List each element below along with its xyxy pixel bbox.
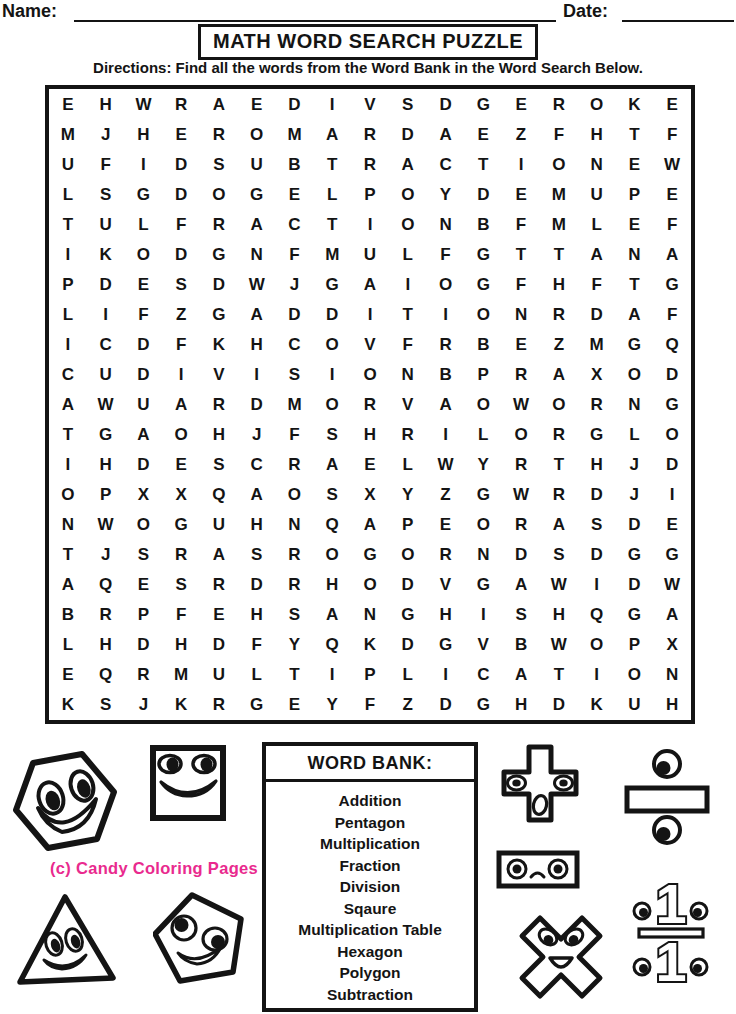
grid-cell-r4c1: L xyxy=(49,179,87,209)
word-bank-item: Hexagon xyxy=(266,941,474,963)
grid-cell-r6c8: M xyxy=(313,239,351,269)
grid-cell-r5c3: L xyxy=(125,209,163,239)
grid-cell-r8c8: D xyxy=(313,299,351,329)
grid-cell-r12c2: G xyxy=(87,420,125,450)
grid-cell-r21c10: Z xyxy=(389,690,427,720)
grid-cell-r11c5: R xyxy=(200,389,238,419)
grid-cell-r16c14: S xyxy=(540,540,578,570)
grid-cell-r18c13: S xyxy=(502,600,540,630)
grid-cell-r11c17: G xyxy=(653,389,691,419)
grid-cell-r21c17: H xyxy=(653,690,691,720)
grid-cell-r21c13: H xyxy=(502,690,540,720)
grid-cell-r10c4: I xyxy=(162,359,200,389)
grid-cell-r9c5: K xyxy=(200,329,238,359)
grid-cell-r19c9: K xyxy=(351,630,389,660)
date-label: Date: xyxy=(563,1,608,22)
grid-cell-r21c7: E xyxy=(276,690,314,720)
grid-cell-r18c11: H xyxy=(427,600,465,630)
grid-cell-r15c4: G xyxy=(162,510,200,540)
grid-cell-r2c13: Z xyxy=(502,119,540,149)
grid-cell-r8c3: F xyxy=(125,299,163,329)
grid-cell-r17c10: D xyxy=(389,570,427,600)
grid-cell-r12c1: T xyxy=(49,420,87,450)
grid-cell-r3c6: U xyxy=(238,149,276,179)
grid-cell-r2c4: E xyxy=(162,119,200,149)
grid-cell-r6c5: G xyxy=(200,239,238,269)
grid-cell-r9c8: O xyxy=(313,329,351,359)
grid-cell-r8c1: L xyxy=(49,299,87,329)
grid-cell-r7c7: J xyxy=(276,269,314,299)
grid-cell-r5c7: C xyxy=(276,209,314,239)
grid-cell-r6c17: A xyxy=(653,239,691,269)
grid-cell-r18c16: G xyxy=(615,600,653,630)
grid-cell-r4c15: U xyxy=(578,179,616,209)
grid-cell-r11c16: N xyxy=(615,389,653,419)
grid-cell-r1c5: A xyxy=(200,89,238,119)
grid-cell-r7c12: G xyxy=(464,269,502,299)
grid-cell-r8c17: F xyxy=(653,299,691,329)
grid-cell-r1c7: D xyxy=(276,89,314,119)
grid-cell-r13c11: W xyxy=(427,450,465,480)
grid-cell-r1c14: R xyxy=(540,89,578,119)
grid-cell-r17c6: D xyxy=(238,570,276,600)
grid-cell-r6c11: F xyxy=(427,239,465,269)
grid-cell-r9c15: M xyxy=(578,329,616,359)
grid-cell-r14c9: X xyxy=(351,480,389,510)
word-bank-list: AdditionPentagonMultiplicationFractionDi… xyxy=(266,782,474,1011)
grid-cell-r8c7: D xyxy=(276,299,314,329)
grid-cell-r3c9: R xyxy=(351,149,389,179)
grid-cell-r6c12: G xyxy=(464,239,502,269)
grid-cell-r14c7: O xyxy=(276,480,314,510)
grid-cell-r20c15: I xyxy=(578,660,616,690)
grid-cell-r20c3: R xyxy=(125,660,163,690)
grid-cell-r17c14: W xyxy=(540,570,578,600)
grid-cell-r19c14: W xyxy=(540,630,578,660)
grid-cell-r10c9: O xyxy=(351,359,389,389)
grid-cell-r13c13: R xyxy=(502,450,540,480)
plus-sign-face-icon xyxy=(500,743,580,824)
grid-cell-r7c15: F xyxy=(578,269,616,299)
grid-cell-r7c14: H xyxy=(540,269,578,299)
grid-cell-r11c12: O xyxy=(464,389,502,419)
grid-cell-r5c2: U xyxy=(87,209,125,239)
grid-cell-r16c11: R xyxy=(427,540,465,570)
grid-cell-r13c4: E xyxy=(162,450,200,480)
grid-cell-r5c14: M xyxy=(540,209,578,239)
credit-text: (c) Candy Coloring Pages xyxy=(50,859,258,878)
grid-cell-r21c8: Y xyxy=(313,690,351,720)
grid-cell-r19c6: F xyxy=(238,630,276,660)
grid-cell-r12c13: O xyxy=(502,420,540,450)
grid-cell-r19c7: Y xyxy=(276,630,314,660)
grid-cell-r11c2: W xyxy=(87,389,125,419)
grid-cell-r17c11: V xyxy=(427,570,465,600)
grid-cell-r16c4: R xyxy=(162,540,200,570)
grid-cell-r7c5: D xyxy=(200,269,238,299)
grid-cell-r8c2: I xyxy=(87,299,125,329)
grid-cell-r11c11: A xyxy=(427,389,465,419)
grid-cell-r2c15: H xyxy=(578,119,616,149)
grid-cell-r20c13: A xyxy=(502,660,540,690)
grid-cell-r20c12: C xyxy=(464,660,502,690)
grid-cell-r13c2: H xyxy=(87,450,125,480)
grid-cell-r15c9: A xyxy=(351,510,389,540)
grid-cell-r11c15: R xyxy=(578,389,616,419)
grid-cell-r13c7: R xyxy=(276,450,314,480)
grid-cell-r7c16: T xyxy=(615,269,653,299)
grid-cell-r1c2: H xyxy=(87,89,125,119)
grid-cell-r20c1: E xyxy=(49,660,87,690)
grid-cell-r1c1: E xyxy=(49,89,87,119)
word-bank-item: Division xyxy=(266,876,474,898)
grid-cell-r17c5: R xyxy=(200,570,238,600)
grid-cell-r6c6: N xyxy=(238,239,276,269)
grid-cell-r13c16: J xyxy=(615,450,653,480)
grid-cell-r1c10: S xyxy=(389,89,427,119)
grid-cell-r5c4: F xyxy=(162,209,200,239)
grid-cell-r3c17: W xyxy=(653,149,691,179)
grid-cell-r7c3: E xyxy=(125,269,163,299)
word-bank-item: Addition xyxy=(266,790,474,812)
grid-cell-r18c1: B xyxy=(49,600,87,630)
grid-cell-r2c1: M xyxy=(49,119,87,149)
square-face-icon xyxy=(149,744,227,822)
grid-cell-r8c9: I xyxy=(351,299,389,329)
grid-cell-r8c16: A xyxy=(615,299,653,329)
grid-cell-r4c16: P xyxy=(615,179,653,209)
grid-cell-r16c1: T xyxy=(49,540,87,570)
grid-cell-r7c2: D xyxy=(87,269,125,299)
word-bank-item: Polygon xyxy=(266,962,474,984)
grid-cell-r9c1: I xyxy=(49,329,87,359)
grid-cell-r16c15: D xyxy=(578,540,616,570)
grid-cell-r3c8: T xyxy=(313,149,351,179)
grid-cell-r13c6: C xyxy=(238,450,276,480)
grid-cell-r11c7: M xyxy=(276,389,314,419)
grid-cell-r10c8: I xyxy=(313,359,351,389)
grid-cell-r19c5: D xyxy=(200,630,238,660)
grid-cell-r4c9: P xyxy=(351,179,389,209)
name-input-line[interactable] xyxy=(74,0,556,22)
grid-cell-r18c12: I xyxy=(464,600,502,630)
grid-cell-r15c17: E xyxy=(653,510,691,540)
grid-cell-r4c11: Y xyxy=(427,179,465,209)
grid-cell-r21c2: S xyxy=(87,690,125,720)
grid-cell-r5c8: T xyxy=(313,209,351,239)
grid-cell-r10c11: B xyxy=(427,359,465,389)
grid-cell-r6c4: D xyxy=(162,239,200,269)
grid-cell-r7c1: P xyxy=(49,269,87,299)
grid-cell-r19c2: H xyxy=(87,630,125,660)
grid-cell-r21c16: U xyxy=(615,690,653,720)
grid-cell-r19c3: D xyxy=(125,630,163,660)
grid-cell-r16c12: N xyxy=(464,540,502,570)
grid-cell-r13c1: I xyxy=(49,450,87,480)
grid-cell-r17c16: D xyxy=(615,570,653,600)
grid-cell-r1c3: W xyxy=(125,89,163,119)
grid-cell-r12c7: F xyxy=(276,420,314,450)
grid-cell-r2c3: H xyxy=(125,119,163,149)
grid-cell-r16c9: G xyxy=(351,540,389,570)
grid-cell-r16c13: D xyxy=(502,540,540,570)
grid-cell-r12c6: J xyxy=(238,420,276,450)
grid-cell-r15c7: N xyxy=(276,510,314,540)
grid-cell-r15c14: A xyxy=(540,510,578,540)
grid-cell-r1c11: D xyxy=(427,89,465,119)
grid-cell-r19c8: Q xyxy=(313,630,351,660)
grid-cell-r6c14: T xyxy=(540,239,578,269)
grid-cell-r17c12: G xyxy=(464,570,502,600)
grid-cell-r21c11: D xyxy=(427,690,465,720)
grid-cell-r19c10: D xyxy=(389,630,427,660)
grid-cell-r4c3: G xyxy=(125,179,163,209)
grid-cell-r4c4: D xyxy=(162,179,200,209)
grid-cell-r11c6: D xyxy=(238,389,276,419)
grid-cell-r9c10: F xyxy=(389,329,427,359)
grid-cell-r5c5: R xyxy=(200,209,238,239)
grid-cell-r14c2: P xyxy=(87,480,125,510)
grid-cell-r6c1: I xyxy=(49,239,87,269)
grid-cell-r18c14: H xyxy=(540,600,578,630)
grid-cell-r5c10: O xyxy=(389,209,427,239)
grid-cell-r2c14: F xyxy=(540,119,578,149)
grid-cell-r10c1: C xyxy=(49,359,87,389)
grid-cell-r9c11: R xyxy=(427,329,465,359)
word-bank-item: Multiplication xyxy=(266,833,474,855)
grid-cell-r12c16: L xyxy=(615,420,653,450)
grid-cell-r5c1: T xyxy=(49,209,87,239)
grid-cell-r20c17: N xyxy=(653,660,691,690)
grid-cell-r7c17: G xyxy=(653,269,691,299)
grid-cell-r10c7: S xyxy=(276,359,314,389)
grid-cell-r20c7: T xyxy=(276,660,314,690)
grid-cell-r1c9: V xyxy=(351,89,389,119)
grid-cell-r6c9: U xyxy=(351,239,389,269)
grid-cell-r21c6: G xyxy=(238,690,276,720)
grid-cell-r15c3: O xyxy=(125,510,163,540)
grid-cell-r3c10: A xyxy=(389,149,427,179)
grid-cell-r20c2: Q xyxy=(87,660,125,690)
grid-cell-r12c14: R xyxy=(540,420,578,450)
grid-cell-r7c13: F xyxy=(502,269,540,299)
grid-cell-r17c1: A xyxy=(49,570,87,600)
grid-cell-r2c7: M xyxy=(276,119,314,149)
grid-cell-r9c17: Q xyxy=(653,329,691,359)
grid-cell-r20c10: L xyxy=(389,660,427,690)
grid-cell-r14c13: W xyxy=(502,480,540,510)
grid-cell-r3c3: I xyxy=(125,149,163,179)
multiplication-sign-face-icon xyxy=(518,914,604,1000)
grid-cell-r5c17: F xyxy=(653,209,691,239)
grid-cell-r8c11: I xyxy=(427,299,465,329)
grid-cell-r20c16: O xyxy=(615,660,653,690)
grid-cell-r15c10: P xyxy=(389,510,427,540)
grid-cell-r8c4: Z xyxy=(162,299,200,329)
grid-cell-r1c17: E xyxy=(653,89,691,119)
grid-cell-r20c14: T xyxy=(540,660,578,690)
grid-cell-r12c4: O xyxy=(162,420,200,450)
grid-cell-r4c17: E xyxy=(653,179,691,209)
grid-cell-r3c4: D xyxy=(162,149,200,179)
grid-cell-r15c6: H xyxy=(238,510,276,540)
grid-cell-r14c8: S xyxy=(313,480,351,510)
grid-cell-r16c8: O xyxy=(313,540,351,570)
page-title: MATH WORD SEARCH PUZZLE xyxy=(198,24,538,60)
grid-cell-r3c5: S xyxy=(200,149,238,179)
grid-cell-r15c8: Q xyxy=(313,510,351,540)
grid-cell-r11c9: R xyxy=(351,389,389,419)
grid-cell-r6c15: A xyxy=(578,239,616,269)
grid-cell-r17c15: I xyxy=(578,570,616,600)
grid-cell-r5c15: L xyxy=(578,209,616,239)
grid-cell-r11c8: O xyxy=(313,389,351,419)
grid-cell-r21c4: K xyxy=(162,690,200,720)
grid-cell-r18c5: E xyxy=(200,600,238,630)
grid-cell-r13c5: S xyxy=(200,450,238,480)
grid-cell-r11c10: V xyxy=(389,389,427,419)
grid-cell-r18c4: F xyxy=(162,600,200,630)
grid-cell-r14c14: R xyxy=(540,480,578,510)
minus-rectangle-face-icon xyxy=(496,850,580,889)
grid-cell-r11c3: U xyxy=(125,389,163,419)
grid-cell-r12c10: R xyxy=(389,420,427,450)
grid-cell-r2c9: R xyxy=(351,119,389,149)
grid-cell-r6c3: O xyxy=(125,239,163,269)
grid-cell-r9c7: C xyxy=(276,329,314,359)
grid-cell-r10c15: X xyxy=(578,359,616,389)
grid-cell-r9c3: D xyxy=(125,329,163,359)
grid-cell-r5c11: N xyxy=(427,209,465,239)
grid-cell-r2c6: O xyxy=(238,119,276,149)
grid-cell-r9c13: E xyxy=(502,329,540,359)
grid-cell-r3c16: E xyxy=(615,149,653,179)
grid-cell-r7c6: W xyxy=(238,269,276,299)
grid-cell-r8c5: G xyxy=(200,299,238,329)
grid-cell-r4c14: M xyxy=(540,179,578,209)
grid-cell-r16c7: R xyxy=(276,540,314,570)
grid-cell-r9c16: G xyxy=(615,329,653,359)
date-input-line[interactable] xyxy=(622,0,734,22)
division-sign-face-icon xyxy=(624,748,710,846)
grid-cell-r1c16: K xyxy=(615,89,653,119)
word-bank-item: Subtraction xyxy=(266,984,474,1006)
one-over-one-fraction-icon: 1 1 xyxy=(630,873,712,985)
grid-cell-r10c10: N xyxy=(389,359,427,389)
grid-cell-r21c12: G xyxy=(464,690,502,720)
grid-cell-r3c13: I xyxy=(502,149,540,179)
grid-cell-r10c2: U xyxy=(87,359,125,389)
grid-cell-r1c8: I xyxy=(313,89,351,119)
grid-cell-r19c17: X xyxy=(653,630,691,660)
grid-cell-r18c9: N xyxy=(351,600,389,630)
grid-cell-r7c9: A xyxy=(351,269,389,299)
grid-cell-r21c1: K xyxy=(49,690,87,720)
grid-cell-r18c2: R xyxy=(87,600,125,630)
grid-cell-r14c12: G xyxy=(464,480,502,510)
grid-cell-r16c10: O xyxy=(389,540,427,570)
grid-cell-r6c2: K xyxy=(87,239,125,269)
grid-cell-r9c4: F xyxy=(162,329,200,359)
grid-cell-r9c12: B xyxy=(464,329,502,359)
grid-cell-r18c8: A xyxy=(313,600,351,630)
word-bank-item: Pentagon xyxy=(266,812,474,834)
hexagon-face-icon xyxy=(12,744,118,858)
word-bank-item: Fraction xyxy=(266,855,474,877)
grid-cell-r18c17: A xyxy=(653,600,691,630)
grid-cell-r17c9: O xyxy=(351,570,389,600)
grid-cell-r10c6: I xyxy=(238,359,276,389)
grid-cell-r13c3: D xyxy=(125,450,163,480)
grid-cell-r16c3: S xyxy=(125,540,163,570)
grid-cell-r17c8: H xyxy=(313,570,351,600)
grid-cell-r1c13: E xyxy=(502,89,540,119)
grid-cell-r16c16: G xyxy=(615,540,653,570)
grid-cell-r1c15: O xyxy=(578,89,616,119)
grid-cell-r5c13: F xyxy=(502,209,540,239)
grid-cell-r20c5: U xyxy=(200,660,238,690)
grid-cell-r13c8: A xyxy=(313,450,351,480)
grid-cell-r9c6: H xyxy=(238,329,276,359)
triangle-face-icon xyxy=(16,892,118,986)
svg-text:1: 1 xyxy=(655,873,686,935)
grid-cell-r4c7: E xyxy=(276,179,314,209)
grid-cell-r13c10: L xyxy=(389,450,427,480)
grid-cell-r2c16: T xyxy=(615,119,653,149)
grid-cell-r5c9: I xyxy=(351,209,389,239)
grid-cell-r15c5: U xyxy=(200,510,238,540)
grid-cell-r18c3: P xyxy=(125,600,163,630)
grid-cell-r17c2: Q xyxy=(87,570,125,600)
grid-cell-r2c10: D xyxy=(389,119,427,149)
grid-cell-r18c10: G xyxy=(389,600,427,630)
grid-cell-r19c11: G xyxy=(427,630,465,660)
grid-cell-r19c13: B xyxy=(502,630,540,660)
grid-cell-r4c8: L xyxy=(313,179,351,209)
grid-cell-r12c11: I xyxy=(427,420,465,450)
grid-cell-r10c16: O xyxy=(615,359,653,389)
grid-cell-r7c11: O xyxy=(427,269,465,299)
grid-cell-r17c17: W xyxy=(653,570,691,600)
grid-cell-r20c9: P xyxy=(351,660,389,690)
word-bank-title: WORD BANK: xyxy=(266,746,474,782)
grid-cell-r15c16: D xyxy=(615,510,653,540)
grid-cell-r18c15: Q xyxy=(578,600,616,630)
name-label: Name: xyxy=(2,1,57,22)
grid-cell-r2c2: J xyxy=(87,119,125,149)
grid-cell-r16c6: S xyxy=(238,540,276,570)
word-bank-item: Sqaure xyxy=(266,898,474,920)
grid-cell-r21c9: F xyxy=(351,690,389,720)
grid-cell-r2c11: A xyxy=(427,119,465,149)
grid-cell-r4c2: S xyxy=(87,179,125,209)
grid-cell-r17c4: S xyxy=(162,570,200,600)
grid-cell-r1c4: R xyxy=(162,89,200,119)
grid-cell-r3c1: U xyxy=(49,149,87,179)
grid-cell-r12c9: H xyxy=(351,420,389,450)
grid-cell-r3c7: B xyxy=(276,149,314,179)
grid-cell-r18c7: S xyxy=(276,600,314,630)
grid-cell-r19c4: H xyxy=(162,630,200,660)
grid-cell-r9c14: Z xyxy=(540,329,578,359)
grid-cell-r1c12: G xyxy=(464,89,502,119)
grid-cell-r18c6: H xyxy=(238,600,276,630)
grid-cell-r15c15: S xyxy=(578,510,616,540)
grid-cell-r13c12: Y xyxy=(464,450,502,480)
grid-cell-r3c2: F xyxy=(87,149,125,179)
grid-cell-r13c9: E xyxy=(351,450,389,480)
grid-cell-r14c11: Z xyxy=(427,480,465,510)
